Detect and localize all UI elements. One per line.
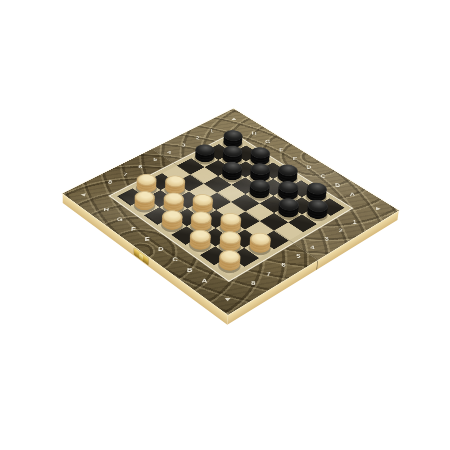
corner-arrow-icon <box>376 207 384 211</box>
coordinate-label: B <box>183 266 195 273</box>
corner-arrow-icon <box>231 116 236 120</box>
checker-piece-light[interactable] <box>158 217 186 235</box>
coordinate-label: A <box>198 277 210 284</box>
coordinate-label: 7 <box>120 171 132 177</box>
coordinate-label: C <box>169 256 181 263</box>
coordinate-label: E <box>290 156 301 162</box>
coordinate-label: 8 <box>104 179 116 185</box>
coordinate-label: 2 <box>335 227 347 234</box>
board-photo-scene: 1234567812345678HGFEDCBAHGFEDCBA <box>0 0 450 450</box>
coordinate-label: G <box>114 216 126 223</box>
coordinate-label: H <box>100 206 112 213</box>
coordinate-label: 4 <box>307 244 319 251</box>
coordinate-label: 3 <box>178 142 189 148</box>
coordinate-label: B <box>332 182 343 188</box>
checker-piece-dark[interactable] <box>218 169 245 185</box>
checker-piece-light[interactable] <box>186 236 215 254</box>
checker-piece-dark[interactable] <box>303 207 331 224</box>
coordinate-label: 6 <box>135 164 147 170</box>
coordinate-label: 8 <box>247 279 259 286</box>
coordinate-label: C <box>318 173 329 179</box>
coordinate-label: D <box>303 164 314 170</box>
folding-game-board: 1234567812345678HGFEDCBAHGFEDCBA <box>63 109 399 315</box>
coordinate-label: F <box>276 147 287 153</box>
coordinate-label: F <box>127 226 139 233</box>
checker-piece-light[interactable] <box>215 257 244 276</box>
checker-piece-light[interactable] <box>245 239 274 257</box>
coordinate-label: H <box>249 130 259 136</box>
coordinate-label: 1 <box>206 128 217 134</box>
coordinate-label: 1 <box>349 219 361 226</box>
checker-piece-dark[interactable] <box>274 205 302 222</box>
board-wrapper: 1234567812345678HGFEDCBAHGFEDCBA <box>0 0 450 450</box>
coordinate-label: 2 <box>192 135 203 141</box>
coordinate-label: G <box>262 139 273 145</box>
gold-clasp[interactable] <box>134 247 149 265</box>
checker-piece-dark[interactable] <box>191 151 218 167</box>
coordinate-label: 7 <box>263 270 275 277</box>
coordinate-label: 5 <box>292 252 304 259</box>
coordinate-label: 6 <box>278 261 290 268</box>
coordinate-label: E <box>141 236 153 243</box>
checker-piece-light[interactable] <box>131 198 159 215</box>
coordinate-label: 4 <box>164 149 175 155</box>
coordinate-label: A <box>346 191 358 197</box>
corner-arrow-icon <box>78 193 86 197</box>
coordinate-label: 3 <box>321 235 333 242</box>
coordinate-label: D <box>155 246 167 253</box>
coordinate-label: 5 <box>149 156 160 162</box>
corner-arrow-icon <box>224 298 230 304</box>
